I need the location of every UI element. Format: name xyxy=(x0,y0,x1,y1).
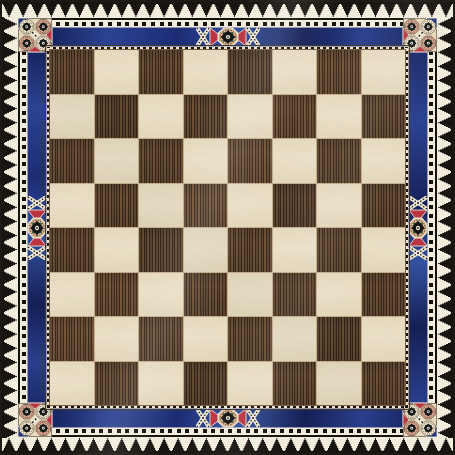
square-d2[interactable] xyxy=(184,317,228,361)
square-f1[interactable] xyxy=(273,362,317,406)
square-h4[interactable] xyxy=(362,228,406,272)
square-c6[interactable] xyxy=(139,139,183,183)
square-e1[interactable] xyxy=(228,362,272,406)
square-g7[interactable] xyxy=(317,95,361,139)
square-g6[interactable] xyxy=(317,139,361,183)
square-c3[interactable] xyxy=(139,273,183,317)
star-medallion-bottom xyxy=(196,408,260,428)
sawtooth-border-right xyxy=(437,17,453,438)
checker-line-right xyxy=(429,22,433,433)
square-b7[interactable] xyxy=(95,95,139,139)
checker-line-bottom xyxy=(22,429,433,433)
checker-line-top xyxy=(22,22,433,26)
square-b3[interactable] xyxy=(95,273,139,317)
square-g3[interactable] xyxy=(317,273,361,317)
sawtooth-border-top xyxy=(2,2,453,18)
square-c8[interactable] xyxy=(139,50,183,94)
square-f6[interactable] xyxy=(273,139,317,183)
square-b2[interactable] xyxy=(95,317,139,361)
square-d3[interactable] xyxy=(184,273,228,317)
square-f3[interactable] xyxy=(273,273,317,317)
square-d8[interactable] xyxy=(184,50,228,94)
star-medallion-right xyxy=(408,196,428,260)
square-h5[interactable] xyxy=(362,184,406,228)
star-medallion-top xyxy=(196,27,260,47)
square-h1[interactable] xyxy=(362,362,406,406)
square-h8[interactable] xyxy=(362,50,406,94)
square-a7[interactable] xyxy=(50,95,94,139)
square-b6[interactable] xyxy=(95,139,139,183)
square-c1[interactable] xyxy=(139,362,183,406)
square-g4[interactable] xyxy=(317,228,361,272)
sawtooth-border-left xyxy=(2,17,18,438)
square-f2[interactable] xyxy=(273,317,317,361)
square-b8[interactable] xyxy=(95,50,139,94)
square-d1[interactable] xyxy=(184,362,228,406)
square-c2[interactable] xyxy=(139,317,183,361)
square-f4[interactable] xyxy=(273,228,317,272)
square-a2[interactable] xyxy=(50,317,94,361)
square-g2[interactable] xyxy=(317,317,361,361)
square-c7[interactable] xyxy=(139,95,183,139)
square-d7[interactable] xyxy=(184,95,228,139)
square-g8[interactable] xyxy=(317,50,361,94)
sawtooth-border-bottom xyxy=(2,437,453,453)
square-e7[interactable] xyxy=(228,95,272,139)
star-medallion-left xyxy=(27,196,47,260)
square-d6[interactable] xyxy=(184,139,228,183)
square-g5[interactable] xyxy=(317,184,361,228)
square-e6[interactable] xyxy=(228,139,272,183)
checker-line-left xyxy=(22,22,26,433)
square-a4[interactable] xyxy=(50,228,94,272)
square-h6[interactable] xyxy=(362,139,406,183)
square-d5[interactable] xyxy=(184,184,228,228)
square-b5[interactable] xyxy=(95,184,139,228)
square-d4[interactable] xyxy=(184,228,228,272)
inner-checker-line-right xyxy=(405,47,408,408)
square-e4[interactable] xyxy=(228,228,272,272)
square-a5[interactable] xyxy=(50,184,94,228)
square-a3[interactable] xyxy=(50,273,94,317)
square-a6[interactable] xyxy=(50,139,94,183)
square-f5[interactable] xyxy=(273,184,317,228)
square-g1[interactable] xyxy=(317,362,361,406)
chess-board xyxy=(50,50,405,405)
square-e5[interactable] xyxy=(228,184,272,228)
inner-checker-line-bottom xyxy=(47,405,408,408)
square-h2[interactable] xyxy=(362,317,406,361)
square-e2[interactable] xyxy=(228,317,272,361)
square-c5[interactable] xyxy=(139,184,183,228)
square-c4[interactable] xyxy=(139,228,183,272)
chessboard-photo xyxy=(0,0,455,455)
square-f8[interactable] xyxy=(273,50,317,94)
square-e3[interactable] xyxy=(228,273,272,317)
square-h3[interactable] xyxy=(362,273,406,317)
square-e8[interactable] xyxy=(228,50,272,94)
square-h7[interactable] xyxy=(362,95,406,139)
square-f7[interactable] xyxy=(273,95,317,139)
square-a1[interactable] xyxy=(50,362,94,406)
square-a8[interactable] xyxy=(50,50,94,94)
square-b1[interactable] xyxy=(95,362,139,406)
square-b4[interactable] xyxy=(95,228,139,272)
